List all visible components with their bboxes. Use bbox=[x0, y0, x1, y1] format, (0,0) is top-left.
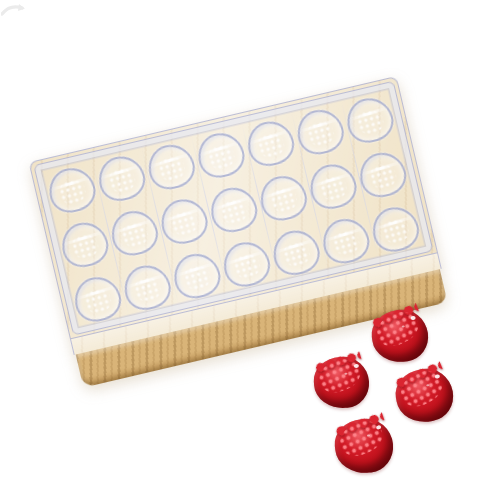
strawberry-cavity-r3-c1 bbox=[70, 272, 126, 327]
chocolate-specular-highlight bbox=[353, 363, 358, 367]
strawberry-cavity-r3-c3 bbox=[169, 248, 225, 303]
product-photo-canvas: { "scene": { "type": "product-photo", "b… bbox=[0, 0, 500, 500]
strawberry-chocolate-3 bbox=[391, 364, 456, 426]
strawberry-chocolate-2 bbox=[312, 355, 370, 410]
strawberry-cavity-r1-c3 bbox=[143, 139, 199, 194]
strawberry-chocolate-1 bbox=[369, 306, 432, 365]
strawberry-cavity-r2-c2 bbox=[107, 206, 163, 261]
strawberry-cavity-r2-c1 bbox=[57, 217, 113, 272]
strawberry-cavity-r2-c3 bbox=[156, 194, 212, 249]
strawberry-cavity-r1-c1 bbox=[44, 163, 100, 218]
strawberry-cavity-r1-c2 bbox=[94, 151, 150, 206]
amazon-smile-arrow-icon bbox=[1, 1, 27, 19]
strawberry-cavity-r3-c2 bbox=[120, 260, 176, 315]
chocolate-specular-highlight bbox=[434, 373, 440, 378]
strawberry-chocolate-4 bbox=[332, 416, 395, 476]
